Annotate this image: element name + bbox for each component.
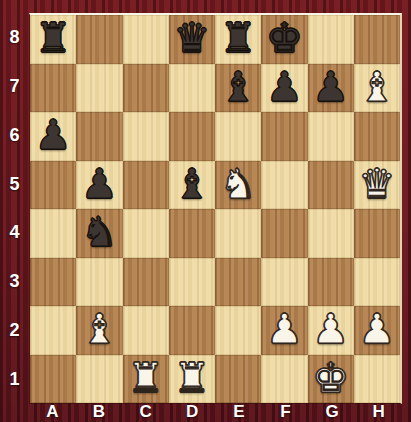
square-b7[interactable] <box>76 64 122 113</box>
square-d1[interactable]: ♜ <box>169 355 215 404</box>
file-label-h: H <box>355 402 402 422</box>
square-d8[interactable]: ♛ <box>169 15 215 64</box>
file-label-a: A <box>29 402 76 422</box>
piece-black-pawn[interactable]: ♟ <box>35 111 72 159</box>
file-label-d: D <box>169 402 216 422</box>
square-h8[interactable] <box>354 15 400 64</box>
square-e3[interactable] <box>215 258 261 307</box>
square-b1[interactable] <box>76 355 122 404</box>
rank-label-1: 1 <box>0 355 29 404</box>
square-a4[interactable] <box>30 209 76 258</box>
square-h2[interactable]: ♟ <box>354 306 400 355</box>
square-g8[interactable] <box>308 15 354 64</box>
piece-black-rook[interactable]: ♜ <box>220 14 257 62</box>
square-c3[interactable] <box>123 258 169 307</box>
piece-white-bishop[interactable]: ♝ <box>358 63 395 111</box>
chess-board[interactable]: ♜♛♜♚♝♟♟♝♟♟♝♞♛♞♝♟♟♟♜♜♚ <box>29 13 402 404</box>
square-h7[interactable]: ♝ <box>354 64 400 113</box>
piece-white-bishop[interactable]: ♝ <box>81 305 118 353</box>
file-labels: ABCDEFGH <box>29 402 402 422</box>
square-b3[interactable] <box>76 258 122 307</box>
square-c1[interactable]: ♜ <box>123 355 169 404</box>
square-c7[interactable] <box>123 64 169 113</box>
square-c5[interactable] <box>123 161 169 210</box>
piece-black-knight[interactable]: ♞ <box>81 208 118 256</box>
square-h5[interactable]: ♛ <box>354 161 400 210</box>
square-b4[interactable]: ♞ <box>76 209 122 258</box>
file-label-f: F <box>262 402 309 422</box>
square-g4[interactable] <box>308 209 354 258</box>
file-label-c: C <box>122 402 169 422</box>
square-b6[interactable] <box>76 112 122 161</box>
piece-black-bishop[interactable]: ♝ <box>220 63 257 111</box>
rank-label-2: 2 <box>0 306 29 355</box>
square-c6[interactable] <box>123 112 169 161</box>
square-h4[interactable] <box>354 209 400 258</box>
square-f4[interactable] <box>261 209 307 258</box>
square-g6[interactable] <box>308 112 354 161</box>
square-h6[interactable] <box>354 112 400 161</box>
square-f2[interactable]: ♟ <box>261 306 307 355</box>
square-a6[interactable]: ♟ <box>30 112 76 161</box>
square-e8[interactable]: ♜ <box>215 15 261 64</box>
square-a7[interactable] <box>30 64 76 113</box>
rank-label-8: 8 <box>0 13 29 62</box>
square-d3[interactable] <box>169 258 215 307</box>
piece-white-knight[interactable]: ♞ <box>220 160 257 208</box>
square-d5[interactable]: ♝ <box>169 161 215 210</box>
square-a5[interactable] <box>30 161 76 210</box>
piece-black-pawn[interactable]: ♟ <box>266 63 303 111</box>
piece-black-pawn[interactable]: ♟ <box>312 63 349 111</box>
square-g7[interactable]: ♟ <box>308 64 354 113</box>
square-h1[interactable] <box>354 355 400 404</box>
square-e1[interactable] <box>215 355 261 404</box>
square-d2[interactable] <box>169 306 215 355</box>
square-f6[interactable] <box>261 112 307 161</box>
file-label-b: B <box>76 402 123 422</box>
square-c2[interactable] <box>123 306 169 355</box>
piece-white-pawn[interactable]: ♟ <box>358 305 395 353</box>
piece-white-queen[interactable]: ♛ <box>358 160 395 208</box>
square-c4[interactable] <box>123 209 169 258</box>
square-e6[interactable] <box>215 112 261 161</box>
rank-label-3: 3 <box>0 257 29 306</box>
square-a1[interactable] <box>30 355 76 404</box>
square-c8[interactable] <box>123 15 169 64</box>
piece-white-pawn[interactable]: ♟ <box>266 305 303 353</box>
square-d7[interactable] <box>169 64 215 113</box>
square-f5[interactable] <box>261 161 307 210</box>
piece-black-queen[interactable]: ♛ <box>173 14 210 62</box>
square-e4[interactable] <box>215 209 261 258</box>
piece-white-rook[interactable]: ♜ <box>127 354 164 402</box>
square-a3[interactable] <box>30 258 76 307</box>
square-h3[interactable] <box>354 258 400 307</box>
piece-white-king[interactable]: ♚ <box>312 354 349 402</box>
rank-label-4: 4 <box>0 209 29 258</box>
square-e2[interactable] <box>215 306 261 355</box>
piece-black-rook[interactable]: ♜ <box>35 14 72 62</box>
square-f7[interactable]: ♟ <box>261 64 307 113</box>
square-f3[interactable] <box>261 258 307 307</box>
rank-label-6: 6 <box>0 111 29 160</box>
square-g3[interactable] <box>308 258 354 307</box>
piece-white-rook[interactable]: ♜ <box>173 354 210 402</box>
square-a8[interactable]: ♜ <box>30 15 76 64</box>
square-b2[interactable]: ♝ <box>76 306 122 355</box>
file-label-e: E <box>216 402 263 422</box>
square-g2[interactable]: ♟ <box>308 306 354 355</box>
square-b8[interactable] <box>76 15 122 64</box>
piece-black-bishop[interactable]: ♝ <box>173 160 210 208</box>
square-f8[interactable]: ♚ <box>261 15 307 64</box>
square-a2[interactable] <box>30 306 76 355</box>
rank-label-7: 7 <box>0 62 29 111</box>
square-e7[interactable]: ♝ <box>215 64 261 113</box>
square-g1[interactable]: ♚ <box>308 355 354 404</box>
rank-label-5: 5 <box>0 160 29 209</box>
square-b5[interactable]: ♟ <box>76 161 122 210</box>
square-g5[interactable] <box>308 161 354 210</box>
square-d6[interactable] <box>169 112 215 161</box>
piece-white-pawn[interactable]: ♟ <box>312 305 349 353</box>
file-label-g: G <box>309 402 356 422</box>
rank-labels: 87654321 <box>0 13 29 404</box>
piece-black-pawn[interactable]: ♟ <box>81 160 118 208</box>
piece-black-king[interactable]: ♚ <box>266 14 303 62</box>
square-f1[interactable] <box>261 355 307 404</box>
square-d4[interactable] <box>169 209 215 258</box>
chess-board-frame: 87654321 ♜♛♜♚♝♟♟♝♟♟♝♞♛♞♝♟♟♟♜♜♚ ABCDEFGH <box>0 0 411 422</box>
square-e5[interactable]: ♞ <box>215 161 261 210</box>
